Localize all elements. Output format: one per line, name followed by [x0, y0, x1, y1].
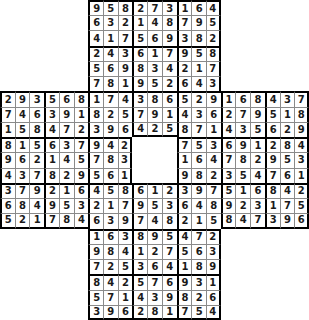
cell-r4c7[interactable]: 2 — [88, 46, 103, 61]
cell-r10c1[interactable]: 8 — [0, 137, 15, 152]
cell-r11c17[interactable]: 8 — [235, 152, 250, 167]
cell-r4c13[interactable]: 9 — [177, 46, 192, 61]
cell-r2c13[interactable]: 7 — [177, 15, 192, 30]
cell-r3c12[interactable]: 9 — [162, 30, 177, 45]
cell-r13c10[interactable]: 6 — [132, 183, 147, 198]
cell-r5c7[interactable]: 5 — [88, 61, 103, 76]
cell-r9c15[interactable]: 1 — [206, 122, 221, 137]
cell-r12c6[interactable]: 9 — [74, 168, 89, 183]
cell-r13c18[interactable]: 6 — [250, 183, 265, 198]
cell-r14c16[interactable]: 9 — [221, 198, 236, 213]
cell-r14c19[interactable]: 1 — [265, 198, 280, 213]
cell-r21c12[interactable]: 1 — [162, 305, 177, 320]
cell-r7c1[interactable]: 2 — [0, 91, 15, 106]
cell-r13c17[interactable]: 1 — [235, 183, 250, 198]
cell-r14c11[interactable]: 5 — [147, 198, 162, 213]
cell-r13c2[interactable]: 7 — [15, 183, 30, 198]
cell-r10c5[interactable]: 3 — [59, 137, 74, 152]
cell-r11c13[interactable]: 1 — [177, 152, 192, 167]
cell-r7c2[interactable]: 9 — [15, 91, 30, 106]
cell-r11c7[interactable]: 7 — [88, 152, 103, 167]
cell-r8c10[interactable]: 7 — [132, 107, 147, 122]
cell-r5c11[interactable]: 3 — [147, 61, 162, 76]
cell-r10c3[interactable]: 5 — [29, 137, 44, 152]
cell-r15c9[interactable]: 9 — [118, 213, 133, 228]
cell-r21c15[interactable]: 4 — [206, 305, 221, 320]
cell-r12c17[interactable]: 5 — [235, 168, 250, 183]
cell-r13c6[interactable]: 6 — [74, 183, 89, 198]
cell-r8c19[interactable]: 5 — [265, 107, 280, 122]
cell-r21c7[interactable]: 3 — [88, 305, 103, 320]
cell-r8c4[interactable]: 3 — [44, 107, 59, 122]
cell-r3c11[interactable]: 6 — [147, 30, 162, 45]
cell-r21c8[interactable]: 9 — [103, 305, 118, 320]
cell-r9c20[interactable]: 2 — [280, 122, 295, 137]
cell-r8c9[interactable]: 5 — [118, 107, 133, 122]
cell-r20c11[interactable]: 3 — [147, 290, 162, 305]
cell-r8c20[interactable]: 1 — [280, 107, 295, 122]
cell-r19c13[interactable]: 9 — [177, 274, 192, 289]
cell-r10c8[interactable]: 4 — [103, 137, 118, 152]
cell-r13c5[interactable]: 1 — [59, 183, 74, 198]
cell-r3c15[interactable]: 2 — [206, 30, 221, 45]
cell-r21c9[interactable]: 6 — [118, 305, 133, 320]
cell-r12c2[interactable]: 3 — [15, 168, 30, 183]
cell-r14c20[interactable]: 7 — [280, 198, 295, 213]
cell-r15c6[interactable]: 4 — [74, 213, 89, 228]
cell-r16c9[interactable]: 3 — [118, 229, 133, 244]
cell-r13c21[interactable]: 2 — [294, 183, 309, 198]
cell-r9c13[interactable]: 8 — [177, 122, 192, 137]
cell-r18c13[interactable]: 1 — [177, 259, 192, 274]
cell-r5c9[interactable]: 9 — [118, 61, 133, 76]
cell-r9c11[interactable]: 2 — [147, 122, 162, 137]
cell-r6c7[interactable]: 7 — [88, 76, 103, 91]
cell-r15c10[interactable]: 7 — [132, 213, 147, 228]
cell-r15c14[interactable]: 1 — [191, 213, 206, 228]
cell-r7c19[interactable]: 4 — [265, 91, 280, 106]
cell-r6c11[interactable]: 5 — [147, 76, 162, 91]
cell-r6c8[interactable]: 8 — [103, 76, 118, 91]
cell-r14c15[interactable]: 8 — [206, 198, 221, 213]
cell-r10c14[interactable]: 5 — [191, 137, 206, 152]
cell-r2c8[interactable]: 3 — [103, 15, 118, 30]
cell-r20c10[interactable]: 4 — [132, 290, 147, 305]
cell-r7c7[interactable]: 1 — [88, 91, 103, 106]
cell-r14c1[interactable]: 6 — [0, 198, 15, 213]
cell-r15c5[interactable]: 8 — [59, 213, 74, 228]
cell-r2c14[interactable]: 9 — [191, 15, 206, 30]
cell-r1c15[interactable]: 4 — [206, 0, 221, 15]
cell-r9c1[interactable]: 1 — [0, 122, 15, 137]
cell-r13c11[interactable]: 1 — [147, 183, 162, 198]
cell-r9c19[interactable]: 6 — [265, 122, 280, 137]
cell-r16c10[interactable]: 8 — [132, 229, 147, 244]
cell-r17c12[interactable]: 7 — [162, 244, 177, 259]
cell-r12c3[interactable]: 7 — [29, 168, 44, 183]
cell-r10c6[interactable]: 7 — [74, 137, 89, 152]
cell-r14c2[interactable]: 8 — [15, 198, 30, 213]
cell-r1c13[interactable]: 1 — [177, 0, 192, 15]
sudoku-board: 9582731646321487954175693822436179585698… — [0, 0, 309, 320]
cell-r14c7[interactable]: 2 — [88, 198, 103, 213]
cell-r4c8[interactable]: 4 — [103, 46, 118, 61]
cell-r7c20[interactable]: 3 — [280, 91, 295, 106]
cell-r15c3[interactable]: 1 — [29, 213, 44, 228]
cell-r12c16[interactable]: 3 — [221, 168, 236, 183]
cell-r18c15[interactable]: 9 — [206, 259, 221, 274]
cell-r10c21[interactable]: 4 — [294, 137, 309, 152]
cell-r7c9[interactable]: 4 — [118, 91, 133, 106]
cell-r9c6[interactable]: 2 — [74, 122, 89, 137]
cell-r20c7[interactable]: 5 — [88, 290, 103, 305]
cell-r8c8[interactable]: 2 — [103, 107, 118, 122]
cell-r15c7[interactable]: 6 — [88, 213, 103, 228]
cell-r15c12[interactable]: 8 — [162, 213, 177, 228]
cell-r9c3[interactable]: 8 — [29, 122, 44, 137]
cell-r2c12[interactable]: 8 — [162, 15, 177, 30]
cell-r13c20[interactable]: 4 — [280, 183, 295, 198]
cell-r7c5[interactable]: 6 — [59, 91, 74, 106]
cell-r5c10[interactable]: 8 — [132, 61, 147, 76]
cell-r8c11[interactable]: 9 — [147, 107, 162, 122]
cell-r21c14[interactable]: 5 — [191, 305, 206, 320]
cell-r15c18[interactable]: 7 — [250, 213, 265, 228]
cell-r16c7[interactable]: 1 — [88, 229, 103, 244]
cell-r2c11[interactable]: 4 — [147, 15, 162, 30]
cell-r9c5[interactable]: 7 — [59, 122, 74, 137]
cell-r2c15[interactable]: 5 — [206, 15, 221, 30]
cell-r12c7[interactable]: 5 — [88, 168, 103, 183]
cell-r18c8[interactable]: 2 — [103, 259, 118, 274]
cell-r1c11[interactable]: 7 — [147, 0, 162, 15]
cell-r14c4[interactable]: 9 — [44, 198, 59, 213]
cell-r5c14[interactable]: 1 — [191, 61, 206, 76]
cell-r5c8[interactable]: 6 — [103, 61, 118, 76]
cell-r13c9[interactable]: 8 — [118, 183, 133, 198]
cell-r13c15[interactable]: 7 — [206, 183, 221, 198]
cell-r13c14[interactable]: 9 — [191, 183, 206, 198]
cell-r4c11[interactable]: 1 — [147, 46, 162, 61]
cell-r16c13[interactable]: 4 — [177, 229, 192, 244]
cell-r10c4[interactable]: 6 — [44, 137, 59, 152]
cell-r8c3[interactable]: 6 — [29, 107, 44, 122]
cell-r17c13[interactable]: 5 — [177, 244, 192, 259]
cell-r8c2[interactable]: 4 — [15, 107, 30, 122]
cell-r12c19[interactable]: 7 — [265, 168, 280, 183]
cell-r20c9[interactable]: 1 — [118, 290, 133, 305]
cell-r13c7[interactable]: 4 — [88, 183, 103, 198]
cell-r11c9[interactable]: 3 — [118, 152, 133, 167]
cell-r15c13[interactable]: 2 — [177, 213, 192, 228]
cell-r11c4[interactable]: 1 — [44, 152, 59, 167]
cell-r7c15[interactable]: 9 — [206, 91, 221, 106]
cell-r6c14[interactable]: 4 — [191, 76, 206, 91]
cell-r13c4[interactable]: 2 — [44, 183, 59, 198]
cell-r14c6[interactable]: 3 — [74, 198, 89, 213]
cell-r18c9[interactable]: 5 — [118, 259, 133, 274]
cell-r18c12[interactable]: 4 — [162, 259, 177, 274]
cell-r17c11[interactable]: 2 — [147, 244, 162, 259]
cell-r5c12[interactable]: 4 — [162, 61, 177, 76]
cell-r19c14[interactable]: 3 — [191, 274, 206, 289]
cell-r12c21[interactable]: 1 — [294, 168, 309, 183]
cell-r17c14[interactable]: 6 — [191, 244, 206, 259]
cell-r6c15[interactable]: 3 — [206, 76, 221, 91]
cell-r21c10[interactable]: 2 — [132, 305, 147, 320]
cell-r12c4[interactable]: 8 — [44, 168, 59, 183]
cell-r15c21[interactable]: 6 — [294, 213, 309, 228]
cell-r13c3[interactable]: 9 — [29, 183, 44, 198]
cell-r14c9[interactable]: 7 — [118, 198, 133, 213]
cell-r7c17[interactable]: 6 — [235, 91, 250, 106]
cell-r15c4[interactable]: 7 — [44, 213, 59, 228]
cell-r4c12[interactable]: 7 — [162, 46, 177, 61]
cell-r1c12[interactable]: 3 — [162, 0, 177, 15]
cell-r14c10[interactable]: 9 — [132, 198, 147, 213]
cell-r9c2[interactable]: 5 — [15, 122, 30, 137]
cell-r3c7[interactable]: 4 — [88, 30, 103, 45]
cell-r5c15[interactable]: 7 — [206, 61, 221, 76]
cell-r16c8[interactable]: 6 — [103, 229, 118, 244]
cell-r6c10[interactable]: 9 — [132, 76, 147, 91]
cell-r12c20[interactable]: 6 — [280, 168, 295, 183]
cell-r15c1[interactable]: 5 — [0, 213, 15, 228]
cell-r11c20[interactable]: 5 — [280, 152, 295, 167]
cell-r14c14[interactable]: 4 — [191, 198, 206, 213]
cell-r21c11[interactable]: 8 — [147, 305, 162, 320]
cell-r16c14[interactable]: 7 — [191, 229, 206, 244]
cell-r9c14[interactable]: 7 — [191, 122, 206, 137]
cell-r11c3[interactable]: 2 — [29, 152, 44, 167]
cell-r8c13[interactable]: 4 — [177, 107, 192, 122]
cell-r6c9[interactable]: 1 — [118, 76, 133, 91]
cell-r7c12[interactable]: 6 — [162, 91, 177, 106]
cell-r3c14[interactable]: 8 — [191, 30, 206, 45]
cell-r3c9[interactable]: 7 — [118, 30, 133, 45]
cell-r9c8[interactable]: 9 — [103, 122, 118, 137]
cell-r10c13[interactable]: 7 — [177, 137, 192, 152]
cell-r3c8[interactable]: 1 — [103, 30, 118, 45]
cell-r9c21[interactable]: 9 — [294, 122, 309, 137]
cell-r13c16[interactable]: 5 — [221, 183, 236, 198]
cell-r12c5[interactable]: 2 — [59, 168, 74, 183]
cell-r11c14[interactable]: 6 — [191, 152, 206, 167]
cell-r16c12[interactable]: 5 — [162, 229, 177, 244]
cell-r10c20[interactable]: 8 — [280, 137, 295, 152]
cell-r11c21[interactable]: 3 — [294, 152, 309, 167]
cell-r7c4[interactable]: 5 — [44, 91, 59, 106]
cell-r17c8[interactable]: 8 — [103, 244, 118, 259]
cell-r15c15[interactable]: 5 — [206, 213, 221, 228]
cell-r14c3[interactable]: 4 — [29, 198, 44, 213]
cell-r18c7[interactable]: 7 — [88, 259, 103, 274]
cell-r9c16[interactable]: 4 — [221, 122, 236, 137]
cell-r19c10[interactable]: 5 — [132, 274, 147, 289]
cell-r15c20[interactable]: 9 — [280, 213, 295, 228]
cell-r12c18[interactable]: 4 — [250, 168, 265, 183]
cell-r15c11[interactable]: 4 — [147, 213, 162, 228]
cell-r17c15[interactable]: 3 — [206, 244, 221, 259]
cell-r19c12[interactable]: 6 — [162, 274, 177, 289]
cell-r10c7[interactable]: 9 — [88, 137, 103, 152]
cell-r20c15[interactable]: 6 — [206, 290, 221, 305]
cell-r20c14[interactable]: 2 — [191, 290, 206, 305]
cell-r19c11[interactable]: 7 — [147, 274, 162, 289]
cell-r7c21[interactable]: 7 — [294, 91, 309, 106]
cell-r20c12[interactable]: 9 — [162, 290, 177, 305]
cell-r8c6[interactable]: 1 — [74, 107, 89, 122]
cell-r13c8[interactable]: 5 — [103, 183, 118, 198]
cell-r5c13[interactable]: 2 — [177, 61, 192, 76]
cell-r20c8[interactable]: 7 — [103, 290, 118, 305]
cell-r11c18[interactable]: 2 — [250, 152, 265, 167]
cell-r14c5[interactable]: 5 — [59, 198, 74, 213]
cell-r8c7[interactable]: 8 — [88, 107, 103, 122]
cell-r9c9[interactable]: 6 — [118, 122, 133, 137]
cell-r14c17[interactable]: 2 — [235, 198, 250, 213]
cell-r11c15[interactable]: 4 — [206, 152, 221, 167]
cell-r10c18[interactable]: 1 — [250, 137, 265, 152]
cell-r13c13[interactable]: 3 — [177, 183, 192, 198]
cell-r2c7[interactable]: 6 — [88, 15, 103, 30]
cell-r9c4[interactable]: 4 — [44, 122, 59, 137]
cell-r16c15[interactable]: 2 — [206, 229, 221, 244]
cell-r10c15[interactable]: 3 — [206, 137, 221, 152]
cell-r9c7[interactable]: 3 — [88, 122, 103, 137]
cell-r12c15[interactable]: 2 — [206, 168, 221, 183]
cell-r10c2[interactable]: 1 — [15, 137, 30, 152]
cell-r14c18[interactable]: 3 — [250, 198, 265, 213]
cell-r17c10[interactable]: 1 — [132, 244, 147, 259]
cell-r3c13[interactable]: 3 — [177, 30, 192, 45]
cell-r21c13[interactable]: 7 — [177, 305, 192, 320]
cell-r16c11[interactable]: 9 — [147, 229, 162, 244]
cell-r8c16[interactable]: 2 — [221, 107, 236, 122]
cell-r7c13[interactable]: 5 — [177, 91, 192, 106]
cell-r7c11[interactable]: 8 — [147, 91, 162, 106]
cell-r15c19[interactable]: 3 — [265, 213, 280, 228]
cell-r10c17[interactable]: 9 — [235, 137, 250, 152]
cell-r18c14[interactable]: 8 — [191, 259, 206, 274]
cell-r9c17[interactable]: 3 — [235, 122, 250, 137]
cell-r8c1[interactable]: 7 — [0, 107, 15, 122]
cell-r19c8[interactable]: 4 — [103, 274, 118, 289]
cell-r9c12[interactable]: 5 — [162, 122, 177, 137]
cell-r9c10[interactable]: 4 — [132, 122, 147, 137]
cell-r8c15[interactable]: 6 — [206, 107, 221, 122]
cell-r8c14[interactable]: 3 — [191, 107, 206, 122]
cell-r18c11[interactable]: 6 — [147, 259, 162, 274]
cell-r18c10[interactable]: 3 — [132, 259, 147, 274]
cell-r12c8[interactable]: 6 — [103, 168, 118, 183]
cell-r7c14[interactable]: 2 — [191, 91, 206, 106]
cell-r19c15[interactable]: 1 — [206, 274, 221, 289]
cell-r6c12[interactable]: 2 — [162, 76, 177, 91]
cell-r12c13[interactable]: 9 — [177, 168, 192, 183]
cell-r19c7[interactable]: 8 — [88, 274, 103, 289]
cell-r7c10[interactable]: 3 — [132, 91, 147, 106]
cell-r6c13[interactable]: 6 — [177, 76, 192, 91]
cell-r4c15[interactable]: 8 — [206, 46, 221, 61]
cell-r15c2[interactable]: 2 — [15, 213, 30, 228]
cell-r13c12[interactable]: 2 — [162, 183, 177, 198]
cell-r7c16[interactable]: 1 — [221, 91, 236, 106]
cell-r11c8[interactable]: 8 — [103, 152, 118, 167]
cell-r4c10[interactable]: 6 — [132, 46, 147, 61]
cell-r8c17[interactable]: 7 — [235, 107, 250, 122]
cell-r7c18[interactable]: 8 — [250, 91, 265, 106]
cell-r2c9[interactable]: 2 — [118, 15, 133, 30]
cell-r19c9[interactable]: 2 — [118, 274, 133, 289]
cell-r14c8[interactable]: 1 — [103, 198, 118, 213]
cell-r12c14[interactable]: 8 — [191, 168, 206, 183]
cell-r1c9[interactable]: 8 — [118, 0, 133, 15]
cell-r12c1[interactable]: 4 — [0, 168, 15, 183]
cell-r10c9[interactable]: 2 — [118, 137, 133, 152]
cell-r11c6[interactable]: 5 — [74, 152, 89, 167]
cell-r3c10[interactable]: 5 — [132, 30, 147, 45]
cell-r10c16[interactable]: 6 — [221, 137, 236, 152]
cell-r2c10[interactable]: 1 — [132, 15, 147, 30]
cell-r4c14[interactable]: 5 — [191, 46, 206, 61]
cell-r1c7[interactable]: 9 — [88, 0, 103, 15]
cell-r9c18[interactable]: 5 — [250, 122, 265, 137]
cell-r17c7[interactable]: 9 — [88, 244, 103, 259]
cell-r1c8[interactable]: 5 — [103, 0, 118, 15]
cell-r8c21[interactable]: 8 — [294, 107, 309, 122]
cell-r13c19[interactable]: 8 — [265, 183, 280, 198]
cell-r1c10[interactable]: 2 — [132, 0, 147, 15]
cell-r7c6[interactable]: 8 — [74, 91, 89, 106]
cell-r4c9[interactable]: 3 — [118, 46, 133, 61]
cell-r15c8[interactable]: 3 — [103, 213, 118, 228]
cell-r8c5[interactable]: 9 — [59, 107, 74, 122]
cell-r11c19[interactable]: 9 — [265, 152, 280, 167]
cell-r14c13[interactable]: 6 — [177, 198, 192, 213]
cell-r8c12[interactable]: 1 — [162, 107, 177, 122]
cell-r14c12[interactable]: 3 — [162, 198, 177, 213]
cell-r1c14[interactable]: 6 — [191, 0, 206, 15]
cell-r11c16[interactable]: 7 — [221, 152, 236, 167]
cell-r8c18[interactable]: 9 — [250, 107, 265, 122]
cell-r7c3[interactable]: 3 — [29, 91, 44, 106]
cell-r11c2[interactable]: 6 — [15, 152, 30, 167]
cell-r12c9[interactable]: 1 — [118, 168, 133, 183]
cell-r17c9[interactable]: 4 — [118, 244, 133, 259]
cell-r11c1[interactable]: 9 — [0, 152, 15, 167]
cell-r7c8[interactable]: 7 — [103, 91, 118, 106]
cell-r15c16[interactable]: 8 — [221, 213, 236, 228]
cell-r15c17[interactable]: 4 — [235, 213, 250, 228]
cell-r20c13[interactable]: 8 — [177, 290, 192, 305]
cell-r13c1[interactable]: 3 — [0, 183, 15, 198]
cell-r14c21[interactable]: 5 — [294, 198, 309, 213]
cell-r11c5[interactable]: 4 — [59, 152, 74, 167]
cell-r10c19[interactable]: 2 — [265, 137, 280, 152]
